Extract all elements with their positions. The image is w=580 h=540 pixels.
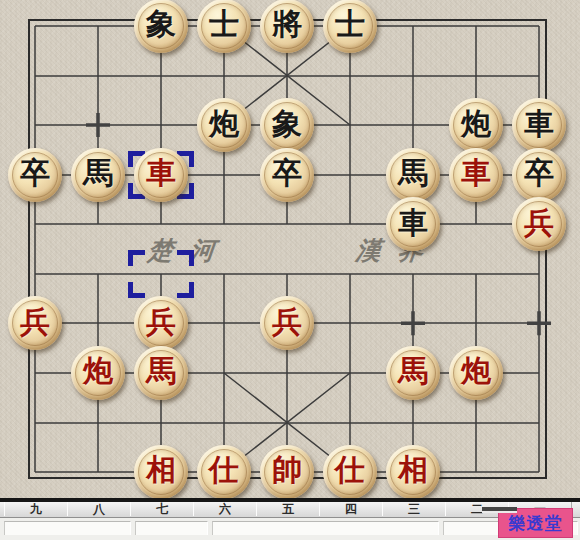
piece-black-卒[interactable]: 卒: [8, 148, 62, 202]
piece-red-車[interactable]: 車: [134, 148, 188, 202]
piece-glyph: 炮: [209, 109, 239, 139]
piece-glyph: 帥: [272, 455, 302, 485]
last-move-from-marker: [128, 250, 194, 298]
piece-glyph: 卒: [524, 158, 554, 188]
piece-glyph: 炮: [461, 109, 491, 139]
piece-glyph: 兵: [272, 307, 302, 337]
piece-red-相[interactable]: 相: [386, 445, 440, 499]
file-label-9: 九: [4, 502, 68, 516]
piece-glyph: 兵: [20, 307, 50, 337]
status-cell: [4, 521, 131, 535]
piece-red-兵[interactable]: 兵: [260, 296, 314, 350]
piece-glyph: 車: [524, 109, 554, 139]
piece-glyph: 馬: [398, 158, 428, 188]
piece-glyph: 兵: [146, 307, 176, 337]
piece-black-象[interactable]: 象: [260, 98, 314, 152]
piece-glyph: 車: [461, 158, 491, 188]
piece-glyph: 馬: [146, 356, 176, 386]
bottom-status-bar: [0, 518, 580, 540]
piece-glyph: 象: [272, 109, 302, 139]
piece-glyph: 兵: [524, 208, 554, 238]
piece-glyph: 卒: [272, 158, 302, 188]
board-points-grid: 象士將士炮象炮車卒馬車卒馬車卒車兵兵兵兵炮馬馬炮相仕帥仕相: [4, 1, 571, 497]
piece-glyph: 馬: [398, 356, 428, 386]
file-label-8: 八: [67, 502, 131, 516]
piece-black-士[interactable]: 士: [323, 0, 377, 53]
piece-glyph: 相: [146, 455, 176, 485]
piece-glyph: 仕: [209, 455, 239, 485]
piece-red-兵[interactable]: 兵: [134, 296, 188, 350]
piece-red-帥[interactable]: 帥: [260, 445, 314, 499]
piece-red-車[interactable]: 車: [449, 148, 503, 202]
piece-red-仕[interactable]: 仕: [197, 445, 251, 499]
piece-black-象[interactable]: 象: [134, 0, 188, 53]
piece-black-車[interactable]: 車: [512, 98, 566, 152]
piece-red-兵[interactable]: 兵: [8, 296, 62, 350]
piece-glyph: 仕: [335, 455, 365, 485]
piece-red-炮[interactable]: 炮: [449, 346, 503, 400]
file-label-yi-dash: [482, 507, 517, 511]
file-label-5: 五: [256, 502, 320, 516]
piece-glyph: 馬: [83, 158, 113, 188]
piece-black-將[interactable]: 將: [260, 0, 314, 53]
piece-glyph: 士: [335, 9, 365, 39]
bracket-corner: [177, 250, 194, 266]
bracket-corner: [128, 282, 145, 298]
xiangqi-board[interactable]: 楚河 漢界 象士將士炮象炮車卒馬車卒馬車卒車兵兵兵兵炮馬馬炮相仕帥仕相: [0, 0, 580, 500]
piece-glyph: 相: [398, 455, 428, 485]
piece-glyph: 士: [209, 9, 239, 39]
bracket-corner: [177, 282, 194, 298]
piece-glyph: 炮: [461, 356, 491, 386]
piece-red-仕[interactable]: 仕: [323, 445, 377, 499]
xiangqi-app: 楚河 漢界 象士將士炮象炮車卒馬車卒馬車卒車兵兵兵兵炮馬馬炮相仕帥仕相 九八七六…: [0, 0, 580, 540]
piece-red-兵[interactable]: 兵: [512, 197, 566, 251]
piece-glyph: 車: [398, 208, 428, 238]
piece-glyph: 將: [272, 9, 302, 39]
piece-black-士[interactable]: 士: [197, 0, 251, 53]
piece-glyph: 卒: [20, 158, 50, 188]
file-label-6: 六: [193, 502, 257, 516]
piece-glyph: 車: [146, 158, 176, 188]
piece-glyph: 炮: [83, 356, 113, 386]
piece-black-炮[interactable]: 炮: [449, 98, 503, 152]
piece-black-馬[interactable]: 馬: [386, 148, 440, 202]
bracket-corner: [128, 250, 145, 266]
file-label-4: 四: [319, 502, 383, 516]
piece-glyph: 象: [146, 9, 176, 39]
piece-black-炮[interactable]: 炮: [197, 98, 251, 152]
file-label-3: 三: [382, 502, 446, 516]
piece-red-相[interactable]: 相: [134, 445, 188, 499]
piece-red-馬[interactable]: 馬: [134, 346, 188, 400]
piece-black-車[interactable]: 車: [386, 197, 440, 251]
piece-black-馬[interactable]: 馬: [71, 148, 125, 202]
lottery-hall-badge: 樂透堂: [498, 508, 573, 538]
piece-red-馬[interactable]: 馬: [386, 346, 440, 400]
status-cell: [212, 521, 439, 535]
piece-red-炮[interactable]: 炮: [71, 346, 125, 400]
status-cell: [135, 521, 208, 535]
file-label-7: 七: [130, 502, 194, 516]
piece-black-卒[interactable]: 卒: [512, 148, 566, 202]
piece-black-卒[interactable]: 卒: [260, 148, 314, 202]
